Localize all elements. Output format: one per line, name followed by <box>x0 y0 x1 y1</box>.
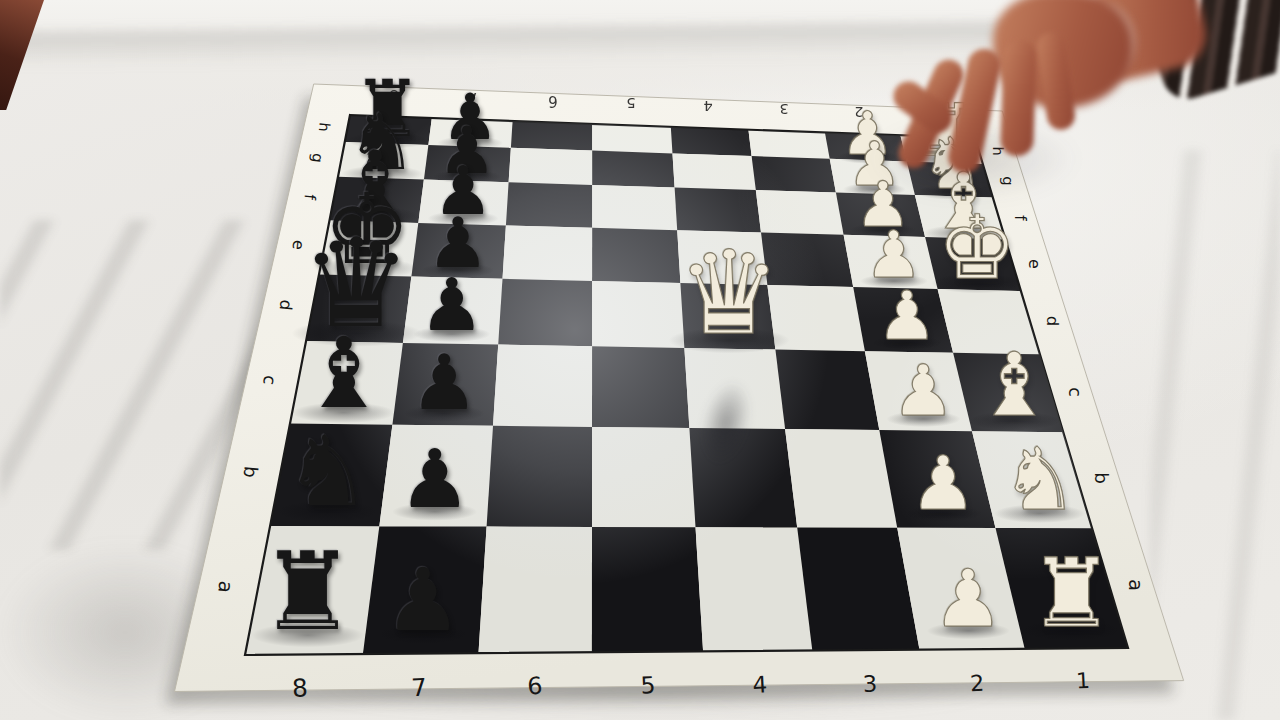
video-frame: 8877665544332211hhggffeeddccbbaa ♜♞♝♛♚♝♞… <box>0 0 1280 720</box>
chessboard <box>0 0 1280 720</box>
